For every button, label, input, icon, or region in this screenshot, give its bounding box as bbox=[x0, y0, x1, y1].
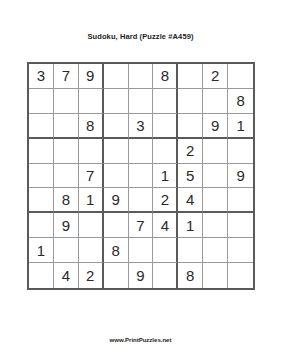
cell-r3c2 bbox=[54, 114, 79, 139]
cell-r9c1 bbox=[29, 263, 54, 288]
cell-r5c1 bbox=[29, 164, 54, 189]
cell-r3c7 bbox=[178, 114, 203, 139]
cell-r8c3 bbox=[79, 238, 104, 263]
cell-r4c8 bbox=[203, 139, 228, 164]
cell-r3c6 bbox=[153, 114, 178, 139]
cell-r9c3: 2 bbox=[79, 263, 104, 288]
cell-r3c8: 9 bbox=[203, 114, 228, 139]
cell-r4c9 bbox=[228, 139, 253, 164]
cell-r3c5: 3 bbox=[129, 114, 154, 139]
cell-r9c4 bbox=[104, 263, 129, 288]
cell-r9c2: 4 bbox=[54, 263, 79, 288]
cell-r1c7 bbox=[178, 64, 203, 89]
cell-r7c1 bbox=[29, 213, 54, 238]
cell-r7c7: 1 bbox=[178, 213, 203, 238]
cell-r8c7 bbox=[178, 238, 203, 263]
puzzle-title: Sudoku, Hard (Puzzle #A459) bbox=[0, 32, 281, 41]
cell-r5c4 bbox=[104, 164, 129, 189]
cell-r5c5 bbox=[129, 164, 154, 189]
cell-r7c6: 4 bbox=[153, 213, 178, 238]
footer-url: www.PrintPuzzles.net bbox=[0, 337, 281, 343]
cell-r5c6: 1 bbox=[153, 164, 178, 189]
cell-r7c5: 7 bbox=[129, 213, 154, 238]
cell-r1c8: 2 bbox=[203, 64, 228, 89]
cell-r7c3 bbox=[79, 213, 104, 238]
printable-page: Sudoku, Hard (Puzzle #A459) 379828839127… bbox=[0, 0, 281, 363]
cell-r3c1 bbox=[29, 114, 54, 139]
cell-r7c8 bbox=[203, 213, 228, 238]
cell-r1c9 bbox=[228, 64, 253, 89]
cell-r2c9: 8 bbox=[228, 89, 253, 114]
cell-r6c1 bbox=[29, 188, 54, 213]
cell-r8c2 bbox=[54, 238, 79, 263]
cell-r3c9: 1 bbox=[228, 114, 253, 139]
cell-r4c3 bbox=[79, 139, 104, 164]
cell-r8c6 bbox=[153, 238, 178, 263]
sudoku-grid: 379828839127159819249741184298 bbox=[27, 62, 255, 290]
cell-r9c8 bbox=[203, 263, 228, 288]
cell-r4c7: 2 bbox=[178, 139, 203, 164]
cell-r9c6 bbox=[153, 263, 178, 288]
cell-r4c2 bbox=[54, 139, 79, 164]
cell-r6c2: 8 bbox=[54, 188, 79, 213]
cell-r8c4: 8 bbox=[104, 238, 129, 263]
cell-r2c1 bbox=[29, 89, 54, 114]
cell-r6c8 bbox=[203, 188, 228, 213]
cell-r3c3: 8 bbox=[79, 114, 104, 139]
cell-r5c3: 7 bbox=[79, 164, 104, 189]
cell-r6c9 bbox=[228, 188, 253, 213]
cell-r1c1: 3 bbox=[29, 64, 54, 89]
cell-r4c6 bbox=[153, 139, 178, 164]
cell-r6c3: 1 bbox=[79, 188, 104, 213]
cell-r6c7: 4 bbox=[178, 188, 203, 213]
cell-r5c7: 5 bbox=[178, 164, 203, 189]
cell-r9c9 bbox=[228, 263, 253, 288]
cell-r1c2: 7 bbox=[54, 64, 79, 89]
cell-r5c8 bbox=[203, 164, 228, 189]
cell-r1c4 bbox=[104, 64, 129, 89]
cell-r8c9 bbox=[228, 238, 253, 263]
cell-r2c7 bbox=[178, 89, 203, 114]
cell-r2c6 bbox=[153, 89, 178, 114]
cell-r2c5 bbox=[129, 89, 154, 114]
cell-r2c2 bbox=[54, 89, 79, 114]
cell-r6c4: 9 bbox=[104, 188, 129, 213]
cell-r1c5 bbox=[129, 64, 154, 89]
cell-r6c5 bbox=[129, 188, 154, 213]
cell-r3c4 bbox=[104, 114, 129, 139]
cell-r9c7: 8 bbox=[178, 263, 203, 288]
cell-r7c9 bbox=[228, 213, 253, 238]
cell-r6c6: 2 bbox=[153, 188, 178, 213]
cell-r7c2: 9 bbox=[54, 213, 79, 238]
cell-r5c2 bbox=[54, 164, 79, 189]
cell-r8c5 bbox=[129, 238, 154, 263]
cell-r4c4 bbox=[104, 139, 129, 164]
cell-r4c5 bbox=[129, 139, 154, 164]
cell-r1c6: 8 bbox=[153, 64, 178, 89]
cell-r7c4 bbox=[104, 213, 129, 238]
cell-r8c1: 1 bbox=[29, 238, 54, 263]
cell-r2c3 bbox=[79, 89, 104, 114]
cell-r8c8 bbox=[203, 238, 228, 263]
cell-r2c8 bbox=[203, 89, 228, 114]
cell-r5c9: 9 bbox=[228, 164, 253, 189]
cell-r1c3: 9 bbox=[79, 64, 104, 89]
cell-r9c5: 9 bbox=[129, 263, 154, 288]
cell-r2c4 bbox=[104, 89, 129, 114]
cell-r4c1 bbox=[29, 139, 54, 164]
